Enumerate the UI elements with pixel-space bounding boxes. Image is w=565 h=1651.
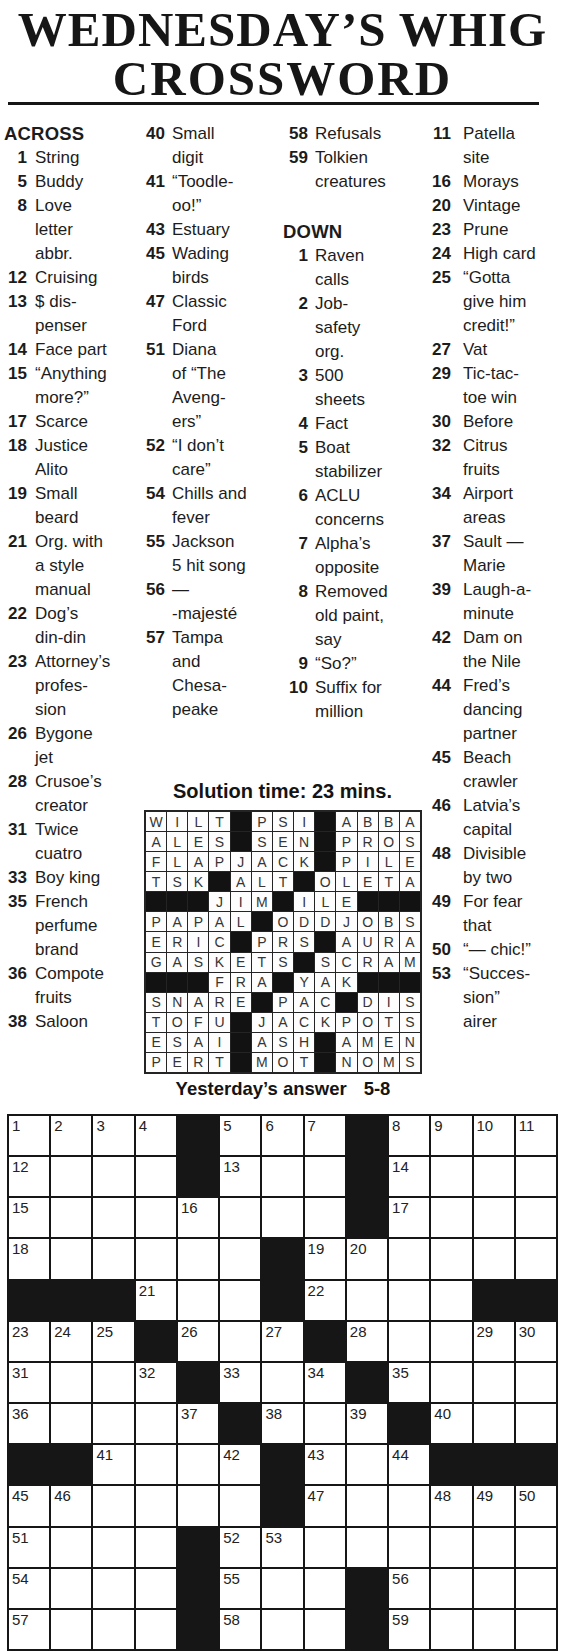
cell-r11c8[interactable] — [305, 1528, 345, 1567]
cell-number: 58 — [223, 1611, 240, 1628]
cell-r13c3[interactable] — [93, 1610, 133, 1649]
cell-r5c9[interactable] — [347, 1281, 387, 1320]
clue-number: 32 — [419, 434, 463, 458]
cell-r2c10[interactable]: 14 — [389, 1157, 429, 1196]
cell-r1c3[interactable]: 3 — [93, 1116, 133, 1155]
cell-r8c7[interactable]: 38 — [262, 1404, 302, 1443]
clue-number: 52 — [141, 434, 172, 458]
solution-letter-cell-r8c13: M — [400, 953, 420, 972]
clue-text: String — [35, 146, 79, 170]
cell-r6c9[interactable]: 28 — [347, 1322, 387, 1361]
cell-r10c10[interactable] — [389, 1486, 429, 1525]
solution-letter-cell-r12c11: M — [358, 1033, 378, 1052]
cell-r6c7[interactable]: 27 — [262, 1322, 302, 1361]
clue-across-8: 8Love letter abbr. — [4, 194, 139, 266]
cell-r3c7[interactable] — [262, 1198, 302, 1237]
cell-r9c4[interactable] — [136, 1445, 176, 1484]
black-cell-r9c1 — [9, 1445, 49, 1484]
cell-r9c5[interactable] — [178, 1445, 218, 1484]
solution-letter-cell-r1c4: T — [209, 812, 229, 831]
clue-number: 7 — [283, 532, 315, 556]
solution-letter-cell-r6c4: A — [209, 912, 229, 931]
cell-number: 46 — [54, 1487, 71, 1504]
cell-r8c1[interactable]: 36 — [9, 1404, 49, 1443]
black-cell-r5c12 — [474, 1281, 514, 1320]
clue-text: “I don’t care” — [172, 434, 224, 482]
solution-letter-cell-r10c2: N — [167, 993, 187, 1012]
solution-letter-cell-r11c12: T — [379, 1013, 399, 1032]
cell-r11c2[interactable] — [51, 1528, 91, 1567]
cell-r1c8[interactable]: 7 — [305, 1116, 345, 1155]
black-cell-r11c5 — [178, 1528, 218, 1567]
cell-r13c6[interactable]: 58 — [220, 1610, 260, 1649]
cell-r6c12[interactable]: 29 — [474, 1322, 514, 1361]
solution-letter-cell-r10c11: D — [358, 993, 378, 1012]
puzzle-title: WEDNESDAY’S WHIG CROSSWORD — [0, 4, 565, 102]
clue-text: Alpha’s opposite — [315, 532, 379, 580]
cell-r4c1[interactable]: 18 — [9, 1239, 49, 1278]
solution-letter-cell-r2c10: P — [336, 832, 356, 851]
cell-r1c13[interactable]: 11 — [516, 1116, 556, 1155]
cell-r5c11[interactable] — [431, 1281, 471, 1320]
cell-number: 17 — [392, 1199, 409, 1216]
cell-r4c12[interactable] — [474, 1239, 514, 1278]
solution-letter-cell-r3c12: L — [379, 852, 399, 871]
cell-r2c6[interactable]: 13 — [220, 1157, 260, 1196]
cell-r4c3[interactable] — [93, 1239, 133, 1278]
cell-r3c5[interactable]: 16 — [178, 1198, 218, 1237]
clue-text: Boat stabilizer — [315, 436, 382, 484]
cell-r7c10[interactable]: 35 — [389, 1363, 429, 1402]
black-cell-r5c1 — [9, 1281, 49, 1320]
cell-r1c10[interactable]: 8 — [389, 1116, 429, 1155]
cell-r7c1[interactable]: 31 — [9, 1363, 49, 1402]
clue-down-2: 2Job- safety org. — [283, 292, 416, 364]
cell-r1c4[interactable]: 4 — [136, 1116, 176, 1155]
cell-r4c9[interactable]: 20 — [347, 1239, 387, 1278]
solution-letter-cell-r8c2: A — [167, 953, 187, 972]
clue-text: Sault — Marie — [463, 530, 523, 578]
solution-letter-cell-r12c10: A — [336, 1033, 356, 1052]
solution-letter-cell-r4c10: L — [336, 872, 356, 891]
clue-text: Removed old paint, say — [315, 580, 388, 652]
clue-number: 3 — [283, 364, 315, 388]
clue-number: 55 — [141, 530, 172, 554]
cell-r12c4[interactable] — [136, 1569, 176, 1608]
cell-r8c9[interactable]: 39 — [347, 1404, 387, 1443]
clue-text: Laugh-a- minute — [463, 578, 531, 626]
cell-r7c8[interactable]: 34 — [305, 1363, 345, 1402]
cell-r3c3[interactable] — [93, 1198, 133, 1237]
cell-number: 53 — [265, 1529, 282, 1546]
cell-r5c8[interactable]: 22 — [305, 1281, 345, 1320]
cell-number: 43 — [308, 1446, 325, 1463]
black-cell-r9c12 — [474, 1445, 514, 1484]
clue-number: 14 — [4, 338, 35, 362]
cell-r3c12[interactable] — [474, 1198, 514, 1237]
solution-letter-cell-r7c4: C — [209, 932, 229, 951]
cell-r6c3[interactable]: 25 — [93, 1322, 133, 1361]
cell-number: 50 — [519, 1487, 536, 1504]
solution-letter-cell-r13c2: E — [167, 1053, 187, 1072]
solution-black-cell-r8c8 — [294, 953, 314, 972]
cell-number: 13 — [223, 1158, 240, 1175]
solution-letter-cell-r5c8: I — [294, 892, 314, 911]
cell-number: 26 — [181, 1323, 198, 1340]
solution-letter-cell-r4c1: T — [146, 872, 166, 891]
cell-r7c2[interactable] — [51, 1363, 91, 1402]
solution-letter-cell-r2c1: A — [146, 832, 166, 851]
solution-letter-cell-r12c8: H — [294, 1033, 314, 1052]
clue-text: Classic Ford — [172, 290, 227, 338]
clue-number: 41 — [141, 170, 172, 194]
black-cell-r13c9 — [347, 1610, 387, 1649]
cell-r8c12[interactable] — [474, 1404, 514, 1443]
solution-letter-cell-r4c12: T — [379, 872, 399, 891]
cell-r7c13[interactable] — [516, 1363, 556, 1402]
cell-r10c9[interactable] — [347, 1486, 387, 1525]
cell-r11c12[interactable] — [474, 1528, 514, 1567]
puzzle-date-code: 5-8 — [364, 1078, 391, 1099]
clue-number: 47 — [141, 290, 172, 314]
cell-r4c6[interactable] — [220, 1239, 260, 1278]
solution-letter-cell-r6c5: L — [231, 912, 251, 931]
solution-letter-cell-r8c9: S — [315, 953, 335, 972]
clue-text: High card — [463, 242, 536, 266]
solution-letter-cell-r4c9: O — [315, 872, 335, 891]
clue-number: 42 — [419, 626, 463, 650]
cell-r13c8[interactable] — [305, 1610, 345, 1649]
cell-r6c11[interactable] — [431, 1322, 471, 1361]
cell-number: 14 — [392, 1158, 409, 1175]
solution-letter-cell-r12c12: E — [379, 1033, 399, 1052]
clue-text: “So?” — [315, 652, 357, 676]
cell-r13c12[interactable] — [474, 1610, 514, 1649]
cell-r11c4[interactable] — [136, 1528, 176, 1567]
cell-r7c7[interactable] — [262, 1363, 302, 1402]
clue-across-52: 52“I don’t care” — [141, 434, 279, 482]
crossword-grid[interactable]: 1234567891011121314151617181920212223242… — [7, 1114, 558, 1651]
solution-letter-cell-r2c3: E — [188, 832, 208, 851]
cell-r13c1[interactable]: 57 — [9, 1610, 49, 1649]
solution-letter-cell-r11c8: C — [294, 1013, 314, 1032]
clue-across-21: 21Org. with a style manual — [4, 530, 139, 602]
cell-r12c6[interactable]: 55 — [220, 1569, 260, 1608]
solution-letter-cell-r4c5: A — [231, 872, 251, 891]
cell-r12c11[interactable] — [431, 1569, 471, 1608]
cell-r7c4[interactable]: 32 — [136, 1363, 176, 1402]
cell-number: 28 — [350, 1323, 367, 1340]
clue-number: 20 — [419, 194, 463, 218]
cell-r11c3[interactable] — [93, 1528, 133, 1567]
black-cell-r5c2 — [51, 1281, 91, 1320]
clue-number: 34 — [419, 482, 463, 506]
cell-r6c13[interactable]: 30 — [516, 1322, 556, 1361]
cell-r13c13[interactable] — [516, 1610, 556, 1649]
clue-number: 25 — [419, 266, 463, 290]
clue-across-59: 59Tolkien creatures — [283, 146, 416, 194]
cell-r2c1[interactable]: 12 — [9, 1157, 49, 1196]
cell-r11c1[interactable]: 51 — [9, 1528, 49, 1567]
cell-r7c3[interactable] — [93, 1363, 133, 1402]
cell-r9c10[interactable]: 44 — [389, 1445, 429, 1484]
clue-text: Prune — [463, 218, 508, 242]
cell-r6c1[interactable]: 23 — [9, 1322, 49, 1361]
cell-r3c11[interactable] — [431, 1198, 471, 1237]
cell-r4c13[interactable] — [516, 1239, 556, 1278]
cell-r2c2[interactable] — [51, 1157, 91, 1196]
solution-black-cell-r10c6 — [252, 993, 272, 1012]
clue-column-2: 40Small digit41“Toodle- oo!”43Estuary45W… — [141, 122, 279, 722]
cell-number: 19 — [308, 1240, 325, 1257]
solution-letter-cell-r11c2: O — [167, 1013, 187, 1032]
cell-r10c8[interactable]: 47 — [305, 1486, 345, 1525]
cell-r4c8[interactable]: 19 — [305, 1239, 345, 1278]
cell-r8c8[interactable] — [305, 1404, 345, 1443]
solution-letter-cell-r6c3: P — [188, 912, 208, 931]
cell-number: 24 — [54, 1323, 71, 1340]
cell-r12c13[interactable] — [516, 1569, 556, 1608]
clue-column-1: ACROSS1String5Buddy8Love letter abbr.12C… — [4, 122, 139, 1034]
solution-letter-cell-r13c6: M — [252, 1053, 272, 1072]
solution-letter-cell-r7c13: A — [400, 932, 420, 951]
cell-number: 34 — [308, 1364, 325, 1381]
clue-text: “Succes- sion” airer — [463, 962, 530, 1034]
solution-black-cell-r9c11 — [358, 973, 378, 992]
cell-r9c3[interactable]: 41 — [93, 1445, 133, 1484]
cell-r10c5[interactable] — [178, 1486, 218, 1525]
solution-black-cell-r1c9 — [315, 812, 335, 831]
clue-down-53: 53“Succes- sion” airer — [419, 962, 565, 1034]
clue-down-32: 32Citrus fruits — [419, 434, 565, 482]
cell-r8c4[interactable] — [136, 1404, 176, 1443]
clue-number: 1 — [283, 244, 315, 268]
cell-r2c12[interactable] — [474, 1157, 514, 1196]
clue-text: Small digit — [172, 122, 215, 170]
cell-number: 9 — [434, 1117, 442, 1134]
solution-letter-cell-r4c7: T — [273, 872, 293, 891]
cell-r7c12[interactable] — [474, 1363, 514, 1402]
solution-letter-cell-r10c9: C — [315, 993, 335, 1012]
clue-column-3: 58Refusals59Tolkien creaturesDOWN1Raven … — [283, 122, 416, 724]
cell-r10c4[interactable] — [136, 1486, 176, 1525]
clue-text: — -majesté — [172, 578, 237, 626]
cell-r2c4[interactable] — [136, 1157, 176, 1196]
solution-letter-cell-r8c7: S — [273, 953, 293, 972]
cell-r1c12[interactable]: 10 — [474, 1116, 514, 1155]
cell-r8c11[interactable]: 40 — [431, 1404, 471, 1443]
clue-down-42: 42Dam on the Nile — [419, 626, 565, 674]
cell-r5c10[interactable] — [389, 1281, 429, 1320]
cell-r10c12[interactable]: 49 — [474, 1486, 514, 1525]
cell-r4c10[interactable] — [389, 1239, 429, 1278]
cell-r12c8[interactable] — [305, 1569, 345, 1608]
cell-r8c13[interactable] — [516, 1404, 556, 1443]
cell-r4c5[interactable] — [178, 1239, 218, 1278]
cell-r11c7[interactable]: 53 — [262, 1528, 302, 1567]
solution-letter-cell-r7c10: A — [336, 932, 356, 951]
cell-r1c1[interactable]: 1 — [9, 1116, 49, 1155]
clue-across-38: 38Saloon — [4, 1010, 139, 1034]
solution-letter-cell-r12c4: I — [209, 1033, 229, 1052]
solution-letter-cell-r7c2: R — [167, 932, 187, 951]
cell-r2c7[interactable] — [262, 1157, 302, 1196]
cell-r8c2[interactable] — [51, 1404, 91, 1443]
clue-down-25: 25“Gotta give him credit!” — [419, 266, 565, 338]
cell-r2c3[interactable] — [93, 1157, 133, 1196]
cell-r13c11[interactable] — [431, 1610, 471, 1649]
cell-r2c13[interactable] — [516, 1157, 556, 1196]
cell-r1c6[interactable]: 5 — [220, 1116, 260, 1155]
solution-letter-cell-r10c4: R — [209, 993, 229, 1012]
cell-r12c3[interactable] — [93, 1569, 133, 1608]
solution-letter-cell-r7c6: P — [252, 932, 272, 951]
solution-letter-cell-r3c3: A — [188, 852, 208, 871]
cell-r4c2[interactable] — [51, 1239, 91, 1278]
cell-r9c9[interactable] — [347, 1445, 387, 1484]
solution-black-cell-r4c4 — [209, 872, 229, 891]
cell-r7c11[interactable] — [431, 1363, 471, 1402]
solution-letter-cell-r3c7: C — [273, 852, 293, 871]
cell-r13c7[interactable] — [262, 1610, 302, 1649]
solution-letter-cell-r8c5: E — [231, 953, 251, 972]
clue-number: 56 — [141, 578, 172, 602]
clue-across-47: 47Classic Ford — [141, 290, 279, 338]
cell-r12c10[interactable]: 56 — [389, 1569, 429, 1608]
solution-letter-cell-r5c6: M — [252, 892, 272, 911]
solution-letter-cell-r5c5: I — [231, 892, 251, 911]
puzzle-title-line1: WEDNESDAY’S WHIG — [0, 4, 565, 56]
cell-r11c9[interactable] — [347, 1528, 387, 1567]
clue-across-54: 54Chills and fever — [141, 482, 279, 530]
clue-across-58: 58Refusals — [283, 122, 416, 146]
clue-number: 51 — [141, 338, 172, 362]
solution-black-cell-r3c9 — [315, 852, 335, 871]
cell-r6c5[interactable]: 26 — [178, 1322, 218, 1361]
cell-number: 48 — [434, 1487, 451, 1504]
cell-r1c11[interactable]: 9 — [431, 1116, 471, 1155]
cell-number: 36 — [12, 1405, 29, 1422]
solution-letter-cell-r11c10: P — [336, 1013, 356, 1032]
clue-number: 59 — [283, 146, 315, 170]
cell-r7c6[interactable]: 33 — [220, 1363, 260, 1402]
solution-letter-cell-r11c1: T — [146, 1013, 166, 1032]
clue-text: For fear that — [463, 890, 523, 938]
cell-r11c6[interactable]: 52 — [220, 1528, 260, 1567]
cell-r1c7[interactable]: 6 — [262, 1116, 302, 1155]
solution-letter-cell-r6c7: O — [273, 912, 293, 931]
cell-r12c1[interactable]: 54 — [9, 1569, 49, 1608]
cell-r10c6[interactable] — [220, 1486, 260, 1525]
clue-across-40: 40Small digit — [141, 122, 279, 170]
cell-r10c13[interactable]: 50 — [516, 1486, 556, 1525]
black-cell-r6c8 — [305, 1322, 345, 1361]
cell-r11c13[interactable] — [516, 1528, 556, 1567]
cell-r12c12[interactable] — [474, 1569, 514, 1608]
cell-r1c2[interactable]: 2 — [51, 1116, 91, 1155]
cell-r13c10[interactable]: 59 — [389, 1610, 429, 1649]
solution-black-cell-r5c1 — [146, 892, 166, 911]
cell-r5c6[interactable] — [220, 1281, 260, 1320]
cell-r12c2[interactable] — [51, 1569, 91, 1608]
solution-letter-cell-r1c13: A — [400, 812, 420, 831]
cell-r3c4[interactable] — [136, 1198, 176, 1237]
clue-number: 15 — [4, 362, 35, 386]
cell-r5c4[interactable]: 21 — [136, 1281, 176, 1320]
clue-number: 53 — [419, 962, 463, 986]
cell-r3c8[interactable] — [305, 1198, 345, 1237]
cell-r3c2[interactable] — [51, 1198, 91, 1237]
cell-r3c1[interactable]: 15 — [9, 1198, 49, 1237]
black-cell-r12c9 — [347, 1569, 387, 1608]
cell-r9c8[interactable]: 43 — [305, 1445, 345, 1484]
clue-text: $ dis- penser — [35, 290, 87, 338]
cell-r9c6[interactable]: 42 — [220, 1445, 260, 1484]
cell-r10c3[interactable] — [93, 1486, 133, 1525]
solution-letter-cell-r4c3: K — [188, 872, 208, 891]
solution-letter-cell-r8c10: C — [336, 953, 356, 972]
cell-r4c4[interactable] — [136, 1239, 176, 1278]
cell-r10c1[interactable]: 45 — [9, 1486, 49, 1525]
clue-number: 23 — [419, 218, 463, 242]
clue-across-15: 15“Anything more?” — [4, 362, 139, 410]
solution-letter-cell-r1c1: W — [146, 812, 166, 831]
solution-letter-cell-r5c9: L — [315, 892, 335, 911]
cell-r3c10[interactable]: 17 — [389, 1198, 429, 1237]
cell-r13c4[interactable] — [136, 1610, 176, 1649]
clue-text: Love letter abbr. — [35, 194, 73, 266]
solution-black-cell-r13c5 — [231, 1053, 251, 1072]
down-header: DOWN — [283, 220, 416, 244]
clue-across-22: 22Dog’s din-din — [4, 602, 139, 650]
cell-r2c8[interactable] — [305, 1157, 345, 1196]
solution-letter-cell-r12c3: A — [188, 1033, 208, 1052]
solution-letter-cell-r1c6: P — [252, 812, 272, 831]
cell-r13c2[interactable] — [51, 1610, 91, 1649]
cell-r6c2[interactable]: 24 — [51, 1322, 91, 1361]
black-cell-r9c7 — [262, 1445, 302, 1484]
cell-r3c6[interactable] — [220, 1198, 260, 1237]
cell-r2c11[interactable] — [431, 1157, 471, 1196]
clue-number: 33 — [4, 866, 35, 890]
solution-letter-cell-r13c3: R — [188, 1053, 208, 1072]
clue-number: 18 — [4, 434, 35, 458]
clue-text: Job- safety org. — [315, 292, 360, 364]
clue-number: 36 — [4, 962, 35, 986]
cell-r3c13[interactable] — [516, 1198, 556, 1237]
cell-r5c5[interactable] — [178, 1281, 218, 1320]
clue-across-26: 26Bygone jet — [4, 722, 139, 770]
cell-r8c3[interactable] — [93, 1404, 133, 1443]
cell-r11c10[interactable] — [389, 1528, 429, 1567]
solution-letter-cell-r5c4: J — [209, 892, 229, 911]
cell-r10c2[interactable]: 46 — [51, 1486, 91, 1525]
solution-letter-cell-r8c11: R — [358, 953, 378, 972]
cell-number: 20 — [350, 1240, 367, 1257]
solution-letter-cell-r12c2: S — [167, 1033, 187, 1052]
solution-letter-cell-r13c10: N — [336, 1053, 356, 1072]
cell-r4c11[interactable] — [431, 1239, 471, 1278]
clue-number: 57 — [141, 626, 172, 650]
cell-r11c11[interactable] — [431, 1528, 471, 1567]
cell-r12c7[interactable] — [262, 1569, 302, 1608]
clue-down-4: 4Fact — [283, 412, 416, 436]
cell-r10c11[interactable]: 48 — [431, 1486, 471, 1525]
cell-r6c10[interactable] — [389, 1322, 429, 1361]
clue-text: “Gotta give him credit!” — [463, 266, 526, 338]
cell-r8c5[interactable]: 37 — [178, 1404, 218, 1443]
cell-r6c6[interactable] — [220, 1322, 260, 1361]
